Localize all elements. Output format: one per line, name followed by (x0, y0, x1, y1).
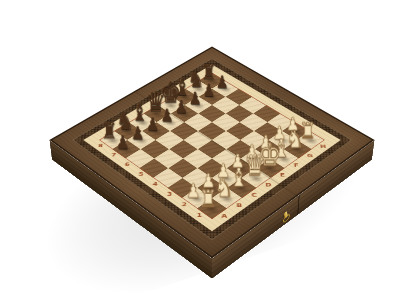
black-pawn-h7[interactable]: ♟ (214, 74, 229, 91)
square-c5[interactable] (169, 140, 198, 159)
black-pawn-d7[interactable]: ♟ (159, 107, 175, 125)
rank-label-8: 8 (98, 144, 104, 151)
clasp-ring-icon (283, 213, 291, 224)
file-label-f: F (291, 163, 303, 168)
board-3d-wrapper: ♜♞♝♛♚♝♞♜♟♟♟♟♟♟♟♟♟♟♟♟♟♟♟♟♜♞♝♛♚♝♞♜ ABCDEFG… (97, 25, 327, 255)
play-area: ♜♞♝♛♚♝♞♜♟♟♟♟♟♟♟♟♟♟♟♟♟♟♟♟♜♞♝♛♚♝♞♜ (99, 73, 325, 219)
chess-board: ♜♞♝♛♚♝♞♜♟♟♟♟♟♟♟♟♟♟♟♟♟♟♟♟♜♞♝♛♚♝♞♜ ABCDEFG… (49, 47, 374, 259)
piece-cell-d7: ♟ (157, 114, 185, 131)
rank-label-7: 7 (111, 153, 117, 160)
square-g4[interactable] (240, 114, 268, 131)
square-e5[interactable] (198, 122, 226, 140)
white-knight-b1[interactable]: ♞ (215, 175, 233, 201)
brass-clasp[interactable] (282, 209, 291, 224)
chess-set-photo: ♜♞♝♛♚♝♞♜♟♟♟♟♟♟♟♟♟♟♟♟♟♟♟♟♜♞♝♛♚♝♞♜ ABCDEFG… (0, 0, 400, 300)
rank-label-1: 1 (197, 213, 202, 221)
black-pawn-a7[interactable]: ♟ (114, 133, 131, 151)
rank-label-6: 6 (124, 163, 130, 170)
rank-label-5: 5 (138, 172, 144, 179)
black-pawn-c7[interactable]: ♟ (144, 115, 160, 133)
file-label-e: E (277, 173, 289, 178)
fold-seam-front (297, 195, 299, 216)
rank-label-2: 2 (181, 202, 186, 209)
file-label-b: B (233, 203, 245, 208)
file-label-a: A (218, 214, 230, 219)
rank-label-3: 3 (167, 192, 173, 199)
black-pawn-f7[interactable]: ♟ (187, 90, 203, 107)
white-rook-a1[interactable]: ♜ (199, 187, 217, 211)
black-pawn-g7[interactable]: ♟ (201, 82, 217, 99)
file-label-h: H (317, 145, 329, 150)
carved-knurl-band: ♜♞♝♛♚♝♞♜♟♟♟♟♟♟♟♟♟♟♟♟♟♟♟♟♜♞♝♛♚♝♞♜ ABCDEFG… (72, 58, 352, 240)
black-pawn-e7[interactable]: ♟ (173, 98, 189, 116)
file-label-c: C (248, 193, 260, 198)
square-c4[interactable] (183, 149, 212, 168)
rank-label-4: 4 (152, 182, 158, 189)
black-pawn-b7[interactable]: ♟ (129, 124, 145, 142)
file-label-g: G (304, 154, 316, 159)
file-label-d: D (263, 183, 275, 188)
